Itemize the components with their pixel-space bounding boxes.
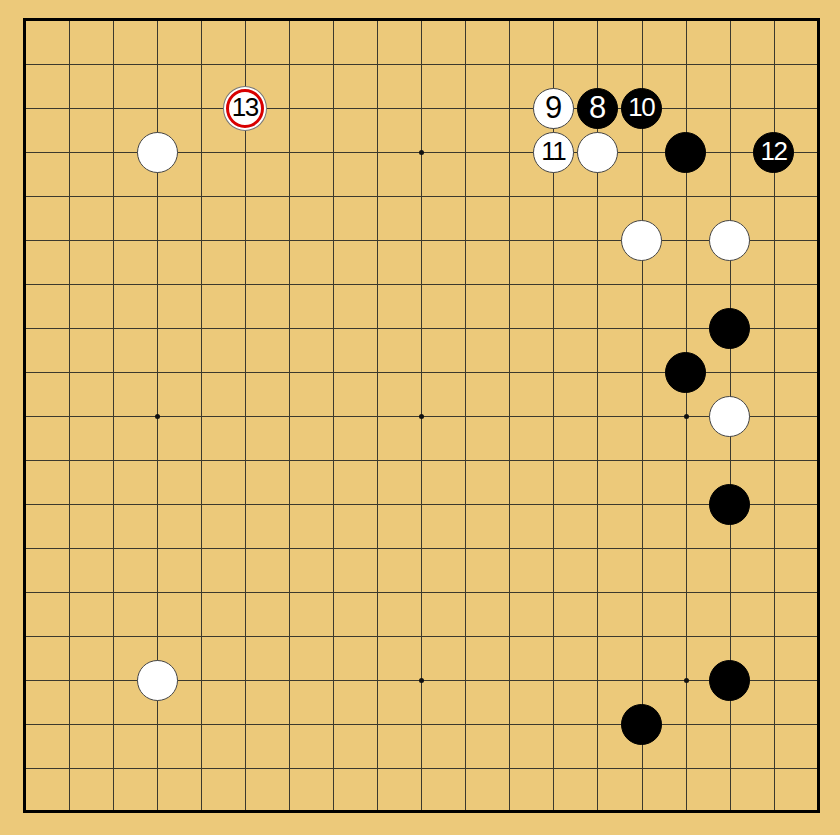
intersection-qp[interactable] — [708, 658, 752, 702]
intersection-nd[interactable] — [576, 130, 620, 174]
black-stone[interactable] — [621, 704, 662, 745]
black-stone-move-10[interactable]: 10 — [621, 88, 662, 129]
move-number: 11 — [541, 138, 565, 164]
intersection-md[interactable]: 11 — [532, 130, 576, 174]
white-stone[interactable] — [137, 132, 178, 173]
go-board-diagram: 8910111213 — [0, 0, 840, 835]
black-stone[interactable] — [665, 352, 706, 393]
white-stone[interactable] — [709, 396, 750, 437]
black-stone[interactable] — [709, 308, 750, 349]
intersection-pd[interactable] — [664, 130, 708, 174]
intersection-oc[interactable]: 10 — [620, 86, 664, 130]
intersection-rd[interactable]: 12 — [752, 130, 796, 174]
intersection-mc[interactable]: 9 — [532, 86, 576, 130]
black-stone-move-12[interactable]: 12 — [753, 132, 794, 173]
intersection-qf[interactable] — [708, 218, 752, 262]
intersection-oq[interactable] — [620, 702, 664, 746]
white-stone[interactable] — [577, 132, 618, 173]
white-stone[interactable] — [709, 220, 750, 261]
intersection-fc[interactable]: 13 — [223, 86, 267, 130]
black-stone[interactable] — [665, 132, 706, 173]
white-stone[interactable] — [137, 660, 178, 701]
move-number: 10 — [628, 94, 654, 120]
intersection-dp[interactable] — [135, 658, 179, 702]
intersection-ql[interactable] — [708, 482, 752, 526]
black-stone[interactable] — [709, 660, 750, 701]
white-stone-move-11[interactable]: 11 — [533, 132, 574, 173]
intersection-qj[interactable] — [708, 394, 752, 438]
move-number: 9 — [545, 92, 562, 123]
intersection-nc[interactable]: 8 — [576, 86, 620, 130]
intersection-dd[interactable] — [135, 130, 179, 174]
white-stone[interactable] — [621, 220, 662, 261]
intersection-pi[interactable] — [664, 350, 708, 394]
white-stone-move-9[interactable]: 9 — [533, 88, 574, 129]
move-number: 8 — [589, 92, 606, 123]
intersection-qh[interactable] — [708, 306, 752, 350]
move-number: 13 — [232, 94, 258, 120]
black-stone-move-8[interactable]: 8 — [577, 88, 618, 129]
move-number: 12 — [761, 138, 787, 164]
intersection-of[interactable] — [620, 218, 664, 262]
white-stone-move-13[interactable]: 13 — [223, 86, 267, 131]
black-stone[interactable] — [709, 484, 750, 525]
stones-grid: 8910111213 — [3, 0, 840, 834]
